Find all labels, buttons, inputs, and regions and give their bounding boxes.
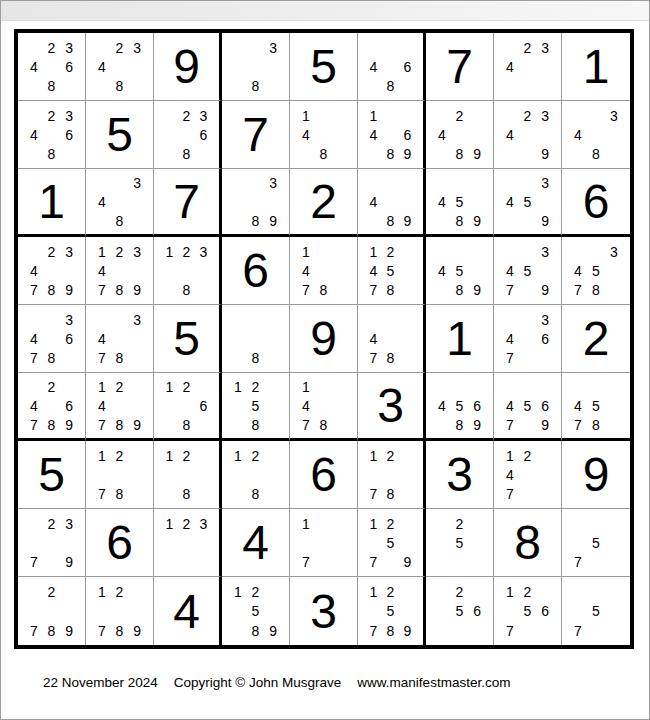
candidate-digit: 4 — [365, 57, 382, 76]
candidate-digit: 5 — [451, 397, 469, 416]
candidate-digit: 8 — [111, 349, 129, 368]
candidate-digit: 4 — [297, 125, 315, 144]
candidate-digit: 5 — [382, 261, 399, 280]
candidate-digit: 3 — [60, 38, 78, 57]
given-digit: 6 — [86, 509, 153, 576]
candidate-digit: 4 — [297, 261, 315, 280]
candidate-digit: 3 — [536, 242, 554, 261]
candidate-digit: 8 — [382, 349, 399, 368]
candidate-digit: 4 — [93, 193, 111, 212]
cell-r9c5[interactable]: 3 — [290, 577, 358, 645]
candidate-digit: 7 — [25, 415, 43, 434]
candidate-digit: 7 — [501, 621, 519, 641]
pencil-marks: 1268 — [154, 373, 219, 438]
candidate-digit: 2 — [111, 582, 129, 602]
candidate-digit: 9 — [468, 211, 486, 230]
given-digit: 4 — [222, 509, 289, 576]
cell-r9c8[interactable]: 12567 — [494, 577, 562, 645]
pencil-marks: 12589 — [222, 577, 289, 645]
candidate-digit: 5 — [587, 602, 605, 622]
cell-r1c3[interactable]: 9 — [154, 33, 222, 101]
given-digit: 9 — [154, 33, 219, 100]
pencil-marks: 246789 — [18, 373, 85, 438]
cell-r3c4[interactable]: 389 — [222, 169, 290, 237]
candidate-digit: 9 — [536, 211, 554, 230]
candidate-digit: 9 — [399, 621, 416, 641]
candidate-digit: 7 — [365, 621, 382, 641]
cell-r9c7[interactable]: 256 — [426, 577, 494, 645]
candidate-digit: 8 — [315, 415, 333, 434]
candidate-digit: 4 — [93, 57, 111, 76]
candidate-digit: 9 — [468, 281, 486, 300]
candidate-digit: 2 — [178, 514, 195, 533]
candidate-digit: 1 — [501, 582, 519, 602]
cell-r9c4[interactable]: 12589 — [222, 577, 290, 645]
candidate-digit: 4 — [365, 329, 382, 348]
candidate-digit: 8 — [111, 621, 129, 641]
candidate-digit: 2 — [519, 38, 537, 57]
candidate-digit: 2 — [451, 582, 469, 602]
sudoku-board: 2346823489385468723412346852368714814689… — [14, 29, 634, 649]
candidate-digit: 8 — [43, 349, 61, 368]
cell-r9c2[interactable]: 12789 — [86, 577, 154, 645]
cell-r2c6[interactable]: 14689 — [358, 101, 426, 169]
candidate-digit: 2 — [451, 106, 469, 125]
cell-r7c4[interactable]: 128 — [222, 441, 290, 509]
cell-r8c1[interactable]: 2379 — [18, 509, 86, 577]
candidate-digit: 8 — [111, 415, 129, 434]
given-digit: 7 — [426, 33, 493, 100]
cell-r6c3[interactable]: 1268 — [154, 373, 222, 441]
candidate-digit: 9 — [128, 621, 146, 641]
candidate-digit: 3 — [128, 38, 146, 57]
given-digit: 2 — [562, 305, 630, 372]
cell-r4c1[interactable]: 234789 — [18, 237, 86, 305]
given-digit: 9 — [562, 441, 630, 508]
cell-r9c9[interactable]: 57 — [562, 577, 630, 645]
candidate-digit: 2 — [382, 514, 399, 533]
candidate-digit: 2 — [178, 446, 195, 465]
candidate-digit: 1 — [365, 242, 382, 261]
given-digit: 6 — [222, 237, 289, 304]
pencil-marks: 2379 — [18, 509, 85, 576]
cell-r7c5[interactable]: 6 — [290, 441, 358, 509]
cell-r4c6[interactable]: 124578 — [358, 237, 426, 305]
pencil-marks: 34678 — [18, 305, 85, 372]
candidate-digit: 9 — [399, 145, 416, 164]
candidate-digit: 4 — [365, 125, 382, 144]
cell-r6c6[interactable]: 3 — [358, 373, 426, 441]
candidate-digit: 7 — [365, 281, 382, 300]
candidate-digit: 3 — [536, 106, 554, 125]
candidate-digit: 2 — [43, 106, 61, 125]
pencil-marks: 8 — [222, 305, 289, 372]
candidate-digit: 9 — [468, 415, 486, 434]
candidate-digit: 3 — [128, 242, 146, 261]
cell-r1c1[interactable]: 23468 — [18, 33, 86, 101]
candidate-digit: 8 — [247, 415, 265, 434]
cell-r2c3[interactable]: 2368 — [154, 101, 222, 169]
window-top-bar — [1, 1, 649, 21]
candidate-digit: 3 — [605, 242, 623, 261]
pencil-marks: 1258 — [222, 373, 289, 438]
candidate-digit: 8 — [43, 415, 61, 434]
candidate-digit: 2 — [247, 378, 265, 397]
cell-r3c8[interactable]: 3459 — [494, 169, 562, 237]
cell-r6c5[interactable]: 1478 — [290, 373, 358, 441]
cell-r2c9[interactable]: 348 — [562, 101, 630, 169]
given-digit: 1 — [18, 169, 85, 234]
cell-r5c6[interactable]: 478 — [358, 305, 426, 373]
cell-r8c2[interactable]: 6 — [86, 509, 154, 577]
cell-r4c4[interactable]: 6 — [222, 237, 290, 305]
candidate-digit: 5 — [247, 602, 265, 622]
candidate-digit: 3 — [128, 174, 146, 193]
cell-r7c8[interactable]: 1247 — [494, 441, 562, 509]
cell-r7c3[interactable]: 128 — [154, 441, 222, 509]
candidate-digit: 6 — [60, 57, 78, 76]
pencil-marks: 124789 — [86, 373, 153, 438]
given-digit: 1 — [562, 33, 630, 100]
page: 2346823489385468723412346852368714814689… — [0, 0, 650, 720]
candidate-digit: 8 — [178, 281, 195, 300]
candidate-digit: 2 — [382, 582, 399, 602]
cell-r5c1[interactable]: 34678 — [18, 305, 86, 373]
candidate-digit: 1 — [229, 378, 247, 397]
candidate-digit: 3 — [264, 38, 282, 57]
candidate-digit: 7 — [501, 281, 519, 300]
candidate-digit: 7 — [93, 281, 111, 300]
cell-r1c2[interactable]: 2348 — [86, 33, 154, 101]
candidate-digit: 9 — [60, 281, 78, 300]
given-digit: 2 — [290, 169, 357, 234]
candidate-digit: 8 — [247, 621, 265, 641]
candidate-digit: 4 — [569, 397, 587, 416]
candidate-digit: 1 — [297, 106, 315, 125]
footer: 22 November 2024 Copyright © John Musgra… — [43, 675, 510, 690]
cell-r8c9[interactable]: 57 — [562, 509, 630, 577]
given-digit: 7 — [222, 101, 289, 168]
cell-r2c2[interactable]: 5 — [86, 101, 154, 169]
cell-r3c2[interactable]: 348 — [86, 169, 154, 237]
cell-r4c7[interactable]: 4589 — [426, 237, 494, 305]
cell-r8c7[interactable]: 25 — [426, 509, 494, 577]
candidate-digit: 9 — [60, 553, 78, 572]
candidate-digit: 8 — [43, 281, 61, 300]
cell-r7c2[interactable]: 1278 — [86, 441, 154, 509]
candidate-digit: 5 — [519, 602, 537, 622]
candidate-digit: 4 — [501, 397, 519, 416]
candidate-digit: 7 — [93, 349, 111, 368]
given-digit: 5 — [86, 101, 153, 168]
candidate-digit: 7 — [365, 553, 382, 572]
candidate-digit: 2 — [178, 378, 195, 397]
candidate-digit: 4 — [93, 397, 111, 416]
pencil-marks: 128 — [154, 441, 219, 508]
candidate-digit: 4 — [501, 57, 519, 76]
candidate-digit: 4 — [569, 261, 587, 280]
candidate-digit: 8 — [315, 145, 333, 164]
given-digit: 8 — [494, 509, 561, 576]
cell-r3c1[interactable]: 1 — [18, 169, 86, 237]
candidate-digit: 2 — [43, 514, 61, 533]
footer-url: www.manifestmaster.com — [357, 675, 510, 690]
cell-r3c9[interactable]: 6 — [562, 169, 630, 237]
candidate-digit: 9 — [128, 281, 146, 300]
candidate-digit: 3 — [128, 310, 146, 329]
candidate-digit: 4 — [433, 261, 451, 280]
cell-r3c7[interactable]: 4589 — [426, 169, 494, 237]
cell-r6c4[interactable]: 1258 — [222, 373, 290, 441]
candidate-digit: 6 — [60, 329, 78, 348]
candidate-digit: 8 — [178, 485, 195, 504]
cell-r5c4[interactable]: 8 — [222, 305, 290, 373]
candidate-digit: 1 — [161, 514, 178, 533]
pencil-marks: 57 — [562, 577, 630, 645]
candidate-digit: 7 — [25, 281, 43, 300]
candidate-digit: 4 — [25, 57, 43, 76]
cell-r2c4[interactable]: 7 — [222, 101, 290, 169]
cell-r5c8[interactable]: 3467 — [494, 305, 562, 373]
candidate-digit: 9 — [264, 621, 282, 641]
candidate-digit: 4 — [501, 261, 519, 280]
candidate-digit: 4 — [501, 125, 519, 144]
pencil-marks: 23468 — [18, 33, 85, 100]
candidate-digit: 2 — [519, 106, 537, 125]
candidate-digit: 2 — [382, 446, 399, 465]
candidate-digit: 4 — [501, 465, 519, 484]
candidate-digit: 3 — [536, 310, 554, 329]
pencil-marks: 148 — [290, 101, 357, 168]
candidate-digit: 2 — [43, 582, 61, 602]
candidate-digit: 2 — [111, 446, 129, 465]
cell-r7c7[interactable]: 3 — [426, 441, 494, 509]
pencil-marks: 2789 — [18, 577, 85, 645]
candidate-digit: 2 — [519, 446, 537, 465]
candidate-digit: 6 — [195, 125, 212, 144]
cell-r5c9[interactable]: 2 — [562, 305, 630, 373]
cell-r6c8[interactable]: 45679 — [494, 373, 562, 441]
candidate-digit: 8 — [451, 281, 469, 300]
pencil-marks: 45679 — [494, 373, 561, 438]
pencil-marks: 234789 — [18, 237, 85, 304]
candidate-digit: 1 — [365, 446, 382, 465]
cell-r4c2[interactable]: 1234789 — [86, 237, 154, 305]
candidate-digit: 6 — [468, 602, 486, 622]
candidate-digit: 8 — [111, 485, 129, 504]
candidate-digit: 2 — [247, 446, 265, 465]
pencil-marks: 1247 — [494, 441, 561, 508]
pencil-marks: 57 — [562, 509, 630, 576]
given-digit: 9 — [290, 305, 357, 372]
cell-r7c9[interactable]: 9 — [562, 441, 630, 509]
candidate-digit: 4 — [93, 329, 111, 348]
cell-r1c6[interactable]: 468 — [358, 33, 426, 101]
cell-r6c9[interactable]: 4578 — [562, 373, 630, 441]
candidate-digit: 8 — [587, 281, 605, 300]
given-digit: 4 — [154, 577, 219, 645]
candidate-digit: 6 — [195, 397, 212, 416]
cell-r4c8[interactable]: 34579 — [494, 237, 562, 305]
candidate-digit: 3 — [605, 106, 623, 125]
cell-r2c8[interactable]: 2349 — [494, 101, 562, 169]
candidate-digit: 4 — [365, 193, 382, 212]
candidate-digit: 4 — [501, 329, 519, 348]
pencil-marks: 2348 — [86, 33, 153, 100]
candidate-digit: 5 — [587, 533, 605, 552]
candidate-digit: 7 — [25, 349, 43, 368]
given-digit: 3 — [358, 373, 423, 438]
cell-r5c7[interactable]: 1 — [426, 305, 494, 373]
cell-r2c5[interactable]: 148 — [290, 101, 358, 169]
pencil-marks: 4589 — [426, 169, 493, 234]
pencil-marks: 45689 — [426, 373, 493, 438]
candidate-digit: 9 — [399, 211, 416, 230]
candidate-digit: 3 — [195, 242, 212, 261]
pencil-marks: 23468 — [18, 101, 85, 168]
cell-r1c9[interactable]: 1 — [562, 33, 630, 101]
candidate-digit: 3 — [60, 514, 78, 533]
candidate-digit: 7 — [297, 281, 315, 300]
candidate-digit: 5 — [519, 193, 537, 212]
candidate-digit: 2 — [43, 38, 61, 57]
cell-r3c6[interactable]: 489 — [358, 169, 426, 237]
candidate-digit: 6 — [60, 397, 78, 416]
candidate-digit: 7 — [365, 485, 382, 504]
footer-date: 22 November 2024 — [43, 675, 158, 690]
cell-r4c9[interactable]: 34578 — [562, 237, 630, 305]
pencil-marks: 2349 — [494, 101, 561, 168]
cell-r7c1[interactable]: 5 — [18, 441, 86, 509]
cell-r4c3[interactable]: 1238 — [154, 237, 222, 305]
given-digit: 3 — [290, 577, 357, 645]
cell-r3c3[interactable]: 7 — [154, 169, 222, 237]
candidate-digit: 6 — [399, 57, 416, 76]
candidate-digit: 9 — [468, 145, 486, 164]
cell-r6c1[interactable]: 246789 — [18, 373, 86, 441]
candidate-digit: 4 — [433, 397, 451, 416]
candidate-digit: 4 — [433, 125, 451, 144]
pencil-marks: 234 — [494, 33, 561, 100]
pencil-marks: 256 — [426, 577, 493, 645]
cell-r1c5[interactable]: 5 — [290, 33, 358, 101]
candidate-digit: 1 — [161, 242, 178, 261]
cell-r9c1[interactable]: 2789 — [18, 577, 86, 645]
candidate-digit: 7 — [569, 553, 587, 572]
candidate-digit: 9 — [128, 415, 146, 434]
candidate-digit: 4 — [93, 261, 111, 280]
candidate-digit: 4 — [501, 193, 519, 212]
candidate-digit: 4 — [433, 193, 451, 212]
candidate-digit: 7 — [569, 281, 587, 300]
candidate-digit: 8 — [382, 77, 399, 96]
pencil-marks: 348 — [86, 169, 153, 234]
candidate-digit: 8 — [247, 211, 265, 230]
candidate-digit: 2 — [178, 242, 195, 261]
candidate-digit: 1 — [365, 582, 382, 602]
cell-r4c5[interactable]: 1478 — [290, 237, 358, 305]
cell-r6c7[interactable]: 45689 — [426, 373, 494, 441]
footer-copyright: Copyright © John Musgrave — [174, 675, 342, 690]
candidate-digit: 7 — [569, 621, 587, 641]
candidate-digit: 4 — [569, 125, 587, 144]
candidate-digit: 2 — [178, 106, 195, 125]
candidate-digit: 7 — [501, 349, 519, 368]
candidate-digit: 3 — [60, 310, 78, 329]
cell-r9c6[interactable]: 125789 — [358, 577, 426, 645]
candidate-digit: 3 — [195, 514, 212, 533]
candidate-digit: 4 — [25, 329, 43, 348]
candidate-digit: 9 — [60, 415, 78, 434]
cell-r5c5[interactable]: 9 — [290, 305, 358, 373]
cell-r8c5[interactable]: 17 — [290, 509, 358, 577]
cell-r1c8[interactable]: 234 — [494, 33, 562, 101]
candidate-digit: 8 — [111, 77, 129, 96]
cell-r3c5[interactable]: 2 — [290, 169, 358, 237]
candidate-digit: 3 — [536, 174, 554, 193]
cell-r8c6[interactable]: 12579 — [358, 509, 426, 577]
candidate-digit: 1 — [501, 446, 519, 465]
cell-r8c8[interactable]: 8 — [494, 509, 562, 577]
candidate-digit: 7 — [25, 621, 43, 641]
candidate-digit: 5 — [519, 397, 537, 416]
cell-r1c7[interactable]: 7 — [426, 33, 494, 101]
given-digit: 6 — [562, 169, 630, 234]
cell-r2c1[interactable]: 23468 — [18, 101, 86, 169]
cell-r5c2[interactable]: 3478 — [86, 305, 154, 373]
cell-r9c3[interactable]: 4 — [154, 577, 222, 645]
cell-r8c3[interactable]: 123 — [154, 509, 222, 577]
candidate-digit: 4 — [365, 261, 382, 280]
candidate-digit: 3 — [195, 106, 212, 125]
cell-r5c3[interactable]: 5 — [154, 305, 222, 373]
candidate-digit: 3 — [264, 174, 282, 193]
candidate-digit: 1 — [93, 582, 111, 602]
candidate-digit: 2 — [111, 242, 129, 261]
cell-r7c6[interactable]: 1278 — [358, 441, 426, 509]
candidate-digit: 2 — [43, 378, 61, 397]
cell-r6c2[interactable]: 124789 — [86, 373, 154, 441]
candidate-digit: 9 — [536, 145, 554, 164]
given-digit: 5 — [290, 33, 357, 100]
pencil-marks: 38 — [222, 33, 289, 100]
pencil-marks: 12579 — [358, 509, 423, 576]
candidate-digit: 8 — [43, 621, 61, 641]
candidate-digit: 5 — [451, 193, 469, 212]
cell-r8c4[interactable]: 4 — [222, 509, 290, 577]
candidate-digit: 5 — [587, 397, 605, 416]
candidate-digit: 1 — [297, 514, 315, 533]
candidate-digit: 6 — [60, 125, 78, 144]
candidate-digit: 8 — [382, 621, 399, 641]
pencil-marks: 468 — [358, 33, 423, 100]
pencil-marks: 3478 — [86, 305, 153, 372]
candidate-digit: 2 — [451, 514, 469, 533]
cell-r2c7[interactable]: 2489 — [426, 101, 494, 169]
candidate-digit: 7 — [569, 415, 587, 434]
candidate-digit: 8 — [111, 281, 129, 300]
cell-r1c4[interactable]: 38 — [222, 33, 290, 101]
pencil-marks: 12567 — [494, 577, 561, 645]
candidate-digit: 1 — [365, 106, 382, 125]
candidate-digit: 1 — [161, 378, 178, 397]
candidate-digit: 7 — [501, 485, 519, 504]
given-digit: 5 — [18, 441, 85, 508]
pencil-marks: 2489 — [426, 101, 493, 168]
candidate-digit: 9 — [264, 211, 282, 230]
given-digit: 5 — [154, 305, 219, 372]
candidate-digit: 8 — [247, 485, 265, 504]
